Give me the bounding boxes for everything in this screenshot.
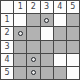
cell-r2c5[interactable] bbox=[67, 27, 79, 39]
cell-r2c1[interactable] bbox=[14, 27, 26, 39]
cell-r2c3[interactable] bbox=[41, 27, 53, 39]
row-header-2: 2 bbox=[1, 27, 13, 39]
cell-r2c4[interactable] bbox=[54, 27, 66, 39]
cell-r5c4[interactable] bbox=[54, 67, 66, 79]
cell-r3c3[interactable] bbox=[41, 41, 53, 53]
cell-r5c2[interactable] bbox=[27, 67, 39, 79]
cell-r5c3[interactable] bbox=[41, 67, 53, 79]
cell-r1c1[interactable] bbox=[14, 14, 26, 26]
cell-r4c1[interactable] bbox=[14, 54, 26, 66]
col-header-5: 5 bbox=[67, 1, 79, 13]
circle-mark-icon bbox=[18, 31, 23, 36]
cell-r1c5[interactable] bbox=[67, 14, 79, 26]
cell-r5c1[interactable] bbox=[14, 67, 26, 79]
cell-r5c5[interactable] bbox=[67, 67, 79, 79]
cell-r3c5[interactable] bbox=[67, 41, 79, 53]
row-header-5: 5 bbox=[1, 67, 13, 79]
circle-mark-icon bbox=[31, 57, 36, 62]
cell-r3c4[interactable] bbox=[54, 41, 66, 53]
row-header-1: 1 bbox=[1, 14, 13, 26]
cell-r4c5[interactable] bbox=[67, 54, 79, 66]
cell-r1c4[interactable] bbox=[54, 14, 66, 26]
col-header-3: 3 bbox=[41, 1, 53, 13]
cell-r4c3[interactable] bbox=[41, 54, 53, 66]
corner-cell bbox=[1, 1, 13, 13]
col-header-4: 4 bbox=[54, 1, 66, 13]
cell-r1c2[interactable] bbox=[27, 14, 39, 26]
row-header-3: 3 bbox=[1, 41, 13, 53]
cell-r4c2[interactable] bbox=[27, 54, 39, 66]
col-header-2: 2 bbox=[27, 1, 39, 13]
col-header-1: 1 bbox=[14, 1, 26, 13]
circle-mark-icon bbox=[31, 70, 36, 75]
puzzle-board: 1234512345 bbox=[0, 0, 80, 80]
circle-mark-icon bbox=[44, 18, 49, 23]
row-header-4: 4 bbox=[1, 54, 13, 66]
cell-r4c4[interactable] bbox=[54, 54, 66, 66]
cell-r3c2[interactable] bbox=[27, 41, 39, 53]
cell-r2c2[interactable] bbox=[27, 27, 39, 39]
cell-r3c1[interactable] bbox=[14, 41, 26, 53]
cell-r1c3[interactable] bbox=[41, 14, 53, 26]
